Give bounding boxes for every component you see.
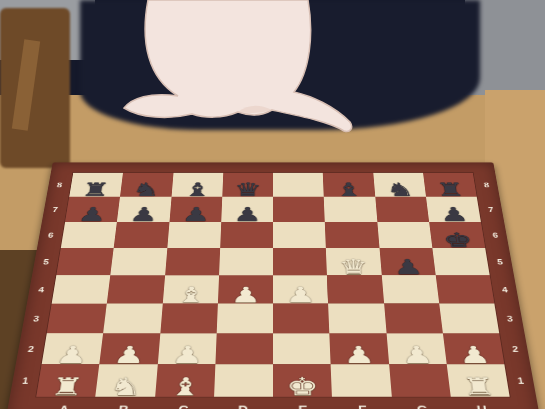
square-h2[interactable]: ♟ [442, 333, 504, 364]
file-labels: ABCDEFGH [32, 400, 513, 409]
black-bishop-c8[interactable]: ♝ [170, 175, 222, 199]
square-a5[interactable] [56, 248, 114, 275]
square-d3[interactable] [216, 304, 273, 334]
file-label-d: D [212, 400, 272, 409]
square-f2[interactable]: ♟ [329, 333, 388, 364]
square-f7[interactable] [323, 197, 376, 222]
rank-label-7: 7 [479, 197, 502, 222]
white-bishop-c4[interactable]: ♝ [162, 277, 219, 306]
rank-label-6: 6 [483, 222, 507, 248]
rank-label-5: 5 [487, 248, 511, 275]
black-pawn-h7[interactable]: ♟ [426, 199, 481, 224]
white-rook-h1[interactable]: ♜ [446, 367, 509, 400]
square-e4[interactable]: ♟ [273, 275, 328, 303]
square-a3[interactable] [46, 304, 106, 334]
black-knight-g8[interactable]: ♞ [373, 175, 426, 199]
square-b2[interactable]: ♟ [99, 333, 159, 364]
square-a2[interactable]: ♟ [41, 333, 103, 364]
rank-label-4: 4 [28, 275, 53, 303]
square-g3[interactable] [383, 304, 442, 334]
square-c5[interactable] [164, 248, 219, 275]
square-b1[interactable]: ♞ [95, 364, 157, 396]
player-torso [80, 0, 480, 130]
square-b5[interactable] [110, 248, 166, 275]
square-a8[interactable]: ♜ [69, 173, 123, 197]
square-b8[interactable]: ♞ [120, 173, 173, 197]
square-h8[interactable]: ♜ [422, 173, 476, 197]
square-e3[interactable] [273, 304, 330, 334]
black-bishop-f8[interactable]: ♝ [323, 175, 375, 199]
square-e8[interactable] [273, 173, 324, 197]
square-d2[interactable] [215, 333, 273, 364]
black-rook-a8[interactable]: ♜ [68, 175, 122, 199]
square-d7[interactable]: ♟ [221, 197, 273, 222]
file-label-h: H [450, 400, 513, 409]
black-king-h6[interactable]: ♚ [429, 224, 485, 250]
square-f8[interactable]: ♝ [322, 173, 374, 197]
square-c8[interactable]: ♝ [171, 173, 223, 197]
black-pawn-d7[interactable]: ♟ [220, 199, 272, 224]
white-pawn-c2[interactable]: ♟ [157, 336, 216, 367]
square-c3[interactable] [159, 304, 217, 334]
square-a4[interactable] [51, 275, 110, 303]
black-pawn-a7[interactable]: ♟ [64, 199, 119, 224]
black-pawn-g5[interactable]: ♟ [379, 250, 436, 277]
square-c6[interactable] [166, 222, 220, 248]
square-b7[interactable]: ♟ [117, 197, 171, 222]
black-rook-h8[interactable]: ♜ [423, 175, 477, 199]
square-d1[interactable] [213, 364, 272, 396]
square-f5[interactable]: ♛ [326, 248, 381, 275]
square-e1[interactable]: ♚ [273, 364, 332, 396]
square-b3[interactable] [103, 304, 162, 334]
square-g1[interactable] [388, 364, 450, 396]
square-f6[interactable] [324, 222, 378, 248]
file-label-f: F [332, 400, 393, 409]
white-king-e1[interactable]: ♚ [273, 367, 332, 400]
square-g2[interactable]: ♟ [386, 333, 446, 364]
square-a1[interactable]: ♜ [36, 364, 99, 396]
black-pawn-b7[interactable]: ♟ [116, 199, 170, 224]
square-a6[interactable] [60, 222, 116, 248]
square-d8[interactable]: ♛ [222, 173, 273, 197]
white-pawn-d4[interactable]: ♟ [217, 277, 272, 306]
wooden-chair [0, 8, 70, 168]
chess-board: ♜♞♝♛♝♞♜♟♟♟♟♟♚♛♟♝♟♟♟♟♟♟♟♟♜♞♝♚♜ ABCDEFGH 8… [5, 162, 541, 409]
file-label-g: G [391, 400, 453, 409]
white-pawn-g2[interactable]: ♟ [386, 336, 447, 367]
square-h7[interactable]: ♟ [425, 197, 480, 222]
rank-label-5: 5 [33, 248, 57, 275]
black-knight-b8[interactable]: ♞ [119, 175, 172, 199]
white-pawn-b2[interactable]: ♟ [99, 336, 160, 367]
square-e6[interactable] [273, 222, 326, 248]
white-knight-b1[interactable]: ♞ [95, 367, 157, 400]
file-label-e: E [273, 400, 333, 409]
square-g7[interactable] [374, 197, 428, 222]
square-d6[interactable] [219, 222, 272, 248]
rank-label-8: 8 [48, 173, 71, 197]
white-rook-a1[interactable]: ♜ [35, 367, 98, 400]
square-f1[interactable] [330, 364, 390, 396]
board-grid: ♜♞♝♛♝♞♜♟♟♟♟♟♚♛♟♝♟♟♟♟♟♟♟♟♜♞♝♚♜ [36, 173, 509, 397]
black-pawn-c7[interactable]: ♟ [168, 199, 221, 224]
square-d4[interactable]: ♟ [217, 275, 272, 303]
white-pawn-f2[interactable]: ♟ [329, 336, 388, 367]
square-c2[interactable]: ♟ [157, 333, 216, 364]
file-label-c: C [152, 400, 213, 409]
square-h5[interactable] [432, 248, 490, 275]
square-h3[interactable] [438, 304, 498, 334]
white-pawn-a2[interactable]: ♟ [41, 336, 103, 367]
square-g4[interactable] [381, 275, 439, 303]
square-f3[interactable] [328, 304, 386, 334]
chess-video-frame: ♜♞♝♛♝♞♜♟♟♟♟♟♚♛♟♝♟♟♟♟♟♟♟♟♜♞♝♚♜ ABCDEFGH 8… [0, 0, 545, 409]
square-b6[interactable] [113, 222, 168, 248]
file-label-a: A [32, 400, 95, 409]
white-queen-f5[interactable]: ♛ [326, 250, 381, 277]
square-h4[interactable] [435, 275, 494, 303]
rank-label-8: 8 [475, 173, 498, 197]
square-b4[interactable] [107, 275, 165, 303]
square-g5[interactable]: ♟ [379, 248, 435, 275]
square-h6[interactable]: ♚ [428, 222, 484, 248]
square-a7[interactable]: ♟ [65, 197, 120, 222]
rank-label-6: 6 [38, 222, 62, 248]
white-pawn-e4[interactable]: ♟ [273, 277, 328, 306]
rank-label-4: 4 [492, 275, 517, 303]
file-label-b: B [92, 400, 154, 409]
black-queen-d8[interactable]: ♛ [221, 175, 272, 199]
rank-label-7: 7 [43, 197, 66, 222]
square-c1[interactable]: ♝ [154, 364, 214, 396]
square-e7[interactable] [273, 197, 325, 222]
square-e5[interactable] [273, 248, 327, 275]
square-f4[interactable] [327, 275, 384, 303]
square-c7[interactable]: ♟ [169, 197, 222, 222]
square-e2[interactable] [273, 333, 331, 364]
white-pawn-h2[interactable]: ♟ [442, 336, 504, 367]
square-g6[interactable] [376, 222, 431, 248]
square-d5[interactable] [218, 248, 272, 275]
square-h1[interactable]: ♜ [446, 364, 509, 396]
square-g8[interactable]: ♞ [372, 173, 425, 197]
white-bishop-c1[interactable]: ♝ [154, 367, 215, 400]
square-c4[interactable]: ♝ [162, 275, 219, 303]
